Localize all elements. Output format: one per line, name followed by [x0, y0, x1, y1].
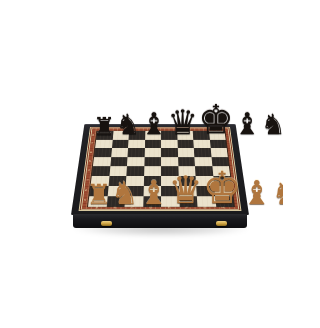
square-e2: [161, 186, 179, 196]
rank-label-6: 6: [88, 148, 95, 157]
file-label-g: g: [196, 206, 214, 210]
square-d3: [143, 176, 161, 186]
square-f2: [179, 186, 197, 196]
file-label-a: a: [88, 206, 106, 210]
square-h6: [210, 148, 228, 157]
square-b8: [112, 131, 129, 139]
square-g5: [194, 157, 212, 166]
square-e4: [161, 166, 178, 176]
square-f1: [179, 196, 198, 207]
square-g1: [197, 196, 216, 207]
square-h5: [211, 157, 229, 166]
file-labels: abcdefgh: [88, 206, 233, 210]
square-a5: [93, 157, 111, 166]
square-g3: [196, 176, 214, 186]
square-b6: [111, 148, 128, 157]
black-knight-g8: ♞: [261, 112, 283, 138]
square-b2: [107, 186, 126, 196]
mosaic-border-band: abcdefgh 87654321: [80, 128, 241, 211]
square-b7: [112, 139, 129, 148]
square-d5: [144, 157, 161, 166]
file-label-e: e: [160, 206, 178, 210]
square-b4: [109, 166, 127, 176]
square-g6: [194, 148, 211, 157]
square-c1: [124, 196, 143, 207]
square-a3: [91, 176, 109, 186]
brass-latch-right: [216, 221, 227, 226]
square-h3: [213, 176, 232, 186]
square-c4: [126, 166, 144, 176]
square-c2: [125, 186, 143, 196]
rank-label-5: 5: [87, 157, 94, 166]
square-h2: [214, 186, 233, 196]
square-d8: [145, 131, 161, 139]
square-d4: [144, 166, 161, 176]
square-c3: [126, 176, 144, 186]
square-f7: [177, 139, 194, 148]
square-a1: [88, 196, 107, 207]
product-photo: abcdefgh 87654321 ♜♞♝♛♚♝♞♜ ♜♞♝♛♚♝♞♜: [37, 0, 283, 328]
file-label-f: f: [178, 206, 196, 210]
rank-label-3: 3: [84, 175, 91, 185]
black-bishop-f8: ♝: [234, 110, 261, 138]
square-f4: [178, 166, 196, 176]
square-g8: [193, 131, 210, 139]
square-e6: [161, 148, 178, 157]
rank-label-2: 2: [83, 185, 90, 195]
white-knight-g1: ♞: [272, 179, 283, 208]
square-a8: [96, 131, 113, 139]
square-h4: [212, 166, 230, 176]
square-e8: [161, 131, 177, 139]
brass-latch-left: [101, 221, 112, 226]
chess-case-top: abcdefgh 87654321: [71, 124, 249, 215]
rank-label-7: 7: [89, 139, 95, 148]
square-g7: [193, 139, 210, 148]
case-front-edge: [73, 214, 247, 228]
square-a7: [95, 139, 112, 148]
square-f8: [177, 131, 193, 139]
square-c8: [129, 131, 145, 139]
square-d6: [144, 148, 161, 157]
square-e1: [161, 196, 179, 207]
square-c6: [127, 148, 144, 157]
square-f5: [178, 157, 195, 166]
square-g2: [196, 186, 215, 196]
square-b3: [108, 176, 126, 186]
square-h1: [215, 196, 234, 207]
rank-label-4: 4: [85, 166, 92, 175]
file-label-c: c: [124, 206, 142, 210]
square-f6: [177, 148, 194, 157]
square-f3: [178, 176, 196, 186]
square-h7: [209, 139, 226, 148]
square-b1: [106, 196, 125, 207]
square-d1: [143, 196, 161, 207]
square-c5: [127, 157, 144, 166]
square-c7: [128, 139, 145, 148]
square-g4: [195, 166, 213, 176]
file-label-h: h: [214, 206, 232, 210]
square-d2: [143, 186, 161, 196]
square-h8: [209, 131, 226, 139]
rank-label-8: 8: [90, 131, 96, 139]
square-b5: [110, 157, 128, 166]
file-label-d: d: [142, 206, 160, 210]
square-a4: [92, 166, 110, 176]
square-e3: [161, 176, 179, 186]
chess-board: [87, 131, 235, 208]
square-e7: [161, 139, 177, 148]
square-d7: [144, 139, 160, 148]
square-e5: [161, 157, 178, 166]
square-a2: [89, 186, 108, 196]
square-a6: [94, 148, 112, 157]
file-label-b: b: [106, 206, 124, 210]
